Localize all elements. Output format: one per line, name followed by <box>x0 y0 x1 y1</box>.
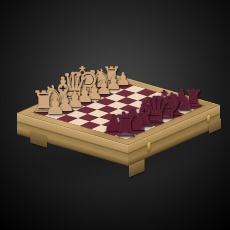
piece-white-pawn[interactable]: ♟ <box>45 95 66 118</box>
chess-set-photo: ♜♞♝♛♚♝♞♜♟♟♟♟♟♟♟♟♟♟♟♟♟♟♟♟♜♞♝♛♚♝♞♜ <box>0 0 230 230</box>
pieces-layer: ♜♞♝♛♚♝♞♜♟♟♟♟♟♟♟♟♟♟♟♟♟♟♟♟♜♞♝♛♚♝♞♜ <box>0 0 230 230</box>
piece-black-rook[interactable]: ♜ <box>112 110 139 140</box>
